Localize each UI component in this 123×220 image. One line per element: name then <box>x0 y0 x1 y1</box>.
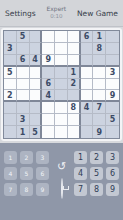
cell-r3c4[interactable]: 9 <box>42 55 55 67</box>
cell-r8c2[interactable]: 3 <box>17 114 30 126</box>
timer-label: 0:10 <box>47 13 67 19</box>
number-key-2[interactable]: 2 <box>90 151 103 164</box>
cell-r2c1[interactable]: 3 <box>4 43 17 55</box>
cell-r4c4[interactable] <box>42 67 55 79</box>
sudoku-app: Settings Expert 0:10 New Game 5613864951… <box>0 0 123 220</box>
cell-r9c6[interactable] <box>68 126 81 138</box>
cell-r5c3[interactable] <box>30 79 43 91</box>
cell-r7c3[interactable] <box>30 102 43 114</box>
bottom-panel: 123456789 ↺ 123456789 <box>0 151 123 201</box>
cell-r6c3[interactable] <box>30 90 43 102</box>
number-key-5[interactable]: 5 <box>90 167 103 180</box>
cell-r6c7[interactable] <box>81 90 94 102</box>
cell-r6c1[interactable]: 2 <box>4 90 17 102</box>
number-key-1[interactable]: 1 <box>74 151 87 164</box>
cell-r5c9[interactable] <box>106 79 119 91</box>
new-game-button[interactable]: New Game <box>77 9 118 18</box>
cell-r9c3[interactable]: 5 <box>30 126 43 138</box>
notes-key-7[interactable]: 7 <box>4 183 17 196</box>
cell-r1c1[interactable] <box>4 31 17 43</box>
cell-r4c8[interactable] <box>93 67 106 79</box>
number-key-7[interactable]: 7 <box>74 183 87 196</box>
cell-r4c2[interactable] <box>17 67 30 79</box>
cell-r6c5[interactable] <box>55 90 68 102</box>
cell-r8c9[interactable]: 5 <box>106 114 119 126</box>
cell-r8c3[interactable] <box>30 114 43 126</box>
cell-r5c2[interactable] <box>17 79 30 91</box>
cell-r3c9[interactable] <box>106 55 119 67</box>
cell-r9c5[interactable] <box>55 126 68 138</box>
cell-r1c8[interactable]: 1 <box>93 31 106 43</box>
notes-key-3[interactable]: 3 <box>36 151 49 164</box>
cell-r1c9[interactable] <box>106 31 119 43</box>
hint-button[interactable] <box>61 179 63 198</box>
cell-r3c3[interactable]: 4 <box>30 55 43 67</box>
cell-r3c5[interactable] <box>55 55 68 67</box>
cell-r5c8[interactable] <box>93 79 106 91</box>
cell-r6c4[interactable]: 4 <box>42 90 55 102</box>
number-key-9[interactable]: 9 <box>106 183 119 196</box>
cell-r7c8[interactable]: 7 <box>93 102 106 114</box>
tool-column: ↺ <box>57 151 66 200</box>
cell-r1c6[interactable] <box>68 31 81 43</box>
number-key-8[interactable]: 8 <box>90 183 103 196</box>
cell-r7c9[interactable] <box>106 102 119 114</box>
cell-r3c1[interactable] <box>4 55 17 67</box>
cell-r4c7[interactable] <box>81 67 94 79</box>
cell-r2c2[interactable] <box>17 43 30 55</box>
cell-r4c5[interactable] <box>55 67 68 79</box>
notes-number-pad: 123456789 <box>4 151 49 201</box>
cell-r7c2[interactable] <box>17 102 30 114</box>
cell-r5c5[interactable] <box>55 79 68 91</box>
number-key-3[interactable]: 3 <box>106 151 119 164</box>
notes-key-5[interactable]: 5 <box>20 167 33 180</box>
cell-r9c1[interactable] <box>4 126 17 138</box>
cell-r8c1[interactable] <box>4 114 17 126</box>
cell-r2c9[interactable] <box>106 43 119 55</box>
cell-r7c5[interactable] <box>55 102 68 114</box>
cell-r1c4[interactable] <box>42 31 55 43</box>
undo-button[interactable]: ↺ <box>57 161 66 172</box>
cell-r1c5[interactable] <box>55 31 68 43</box>
notes-key-4[interactable]: 4 <box>4 167 17 180</box>
notes-key-8[interactable]: 8 <box>20 183 33 196</box>
cell-r9c8[interactable]: 9 <box>93 126 106 138</box>
cell-r2c5[interactable] <box>55 43 68 55</box>
cell-r6c2[interactable] <box>17 90 30 102</box>
cell-r3c7[interactable] <box>81 55 94 67</box>
cell-r7c7[interactable]: 4 <box>81 102 94 114</box>
cell-r7c6[interactable]: 8 <box>68 102 81 114</box>
cell-r6c6[interactable] <box>68 90 81 102</box>
cell-r5c6[interactable]: 2 <box>68 79 81 91</box>
settings-button[interactable]: Settings <box>5 9 36 18</box>
notes-key-6[interactable]: 6 <box>36 167 49 180</box>
cell-r1c3[interactable] <box>30 31 43 43</box>
cell-r2c3[interactable] <box>30 43 43 55</box>
cell-r7c1[interactable] <box>4 102 17 114</box>
cell-r3c2[interactable]: 6 <box>17 55 30 67</box>
number-key-4[interactable]: 4 <box>74 167 87 180</box>
cell-r8c8[interactable] <box>93 114 106 126</box>
notes-key-9[interactable]: 9 <box>36 183 49 196</box>
lightbulb-icon <box>61 178 63 199</box>
cell-r2c6[interactable] <box>68 43 81 55</box>
main-number-pad: 123456789 <box>74 151 119 201</box>
game-status: Expert 0:10 <box>47 6 67 19</box>
cell-r2c8[interactable]: 8 <box>93 43 106 55</box>
cell-r1c2[interactable]: 5 <box>17 31 30 43</box>
cell-r9c7[interactable] <box>81 126 94 138</box>
cell-r5c1[interactable] <box>4 79 17 91</box>
cell-r7c4[interactable] <box>42 102 55 114</box>
difficulty-label: Expert <box>47 6 67 13</box>
number-key-6[interactable]: 6 <box>106 167 119 180</box>
undo-icon: ↺ <box>57 160 66 173</box>
cell-r4c6[interactable]: 1 <box>68 67 81 79</box>
cell-r4c3[interactable] <box>30 67 43 79</box>
board-frame: 561386495136224984735159 <box>1 28 122 141</box>
cell-r9c2[interactable]: 1 <box>17 126 30 138</box>
cell-r6c8[interactable] <box>93 90 106 102</box>
cell-r8c6[interactable] <box>68 114 81 126</box>
cell-r4c1[interactable]: 5 <box>4 67 17 79</box>
top-bar: Settings Expert 0:10 New Game <box>0 0 123 27</box>
cell-r5c7[interactable] <box>81 79 94 91</box>
cell-r1c7[interactable]: 6 <box>81 31 94 43</box>
cell-r9c4[interactable] <box>42 126 55 138</box>
cell-r4c9[interactable]: 3 <box>106 67 119 79</box>
cell-r8c5[interactable] <box>55 114 68 126</box>
notes-key-1[interactable]: 1 <box>4 151 17 164</box>
cell-r6c9[interactable]: 9 <box>106 90 119 102</box>
cell-r3c8[interactable] <box>93 55 106 67</box>
cell-r5c4[interactable]: 6 <box>42 79 55 91</box>
notes-key-2[interactable]: 2 <box>20 151 33 164</box>
board: 561386495136224984735159 <box>3 30 120 139</box>
cell-r8c4[interactable] <box>42 114 55 126</box>
cell-r2c4[interactable] <box>42 43 55 55</box>
cell-r2c7[interactable] <box>81 43 94 55</box>
cell-r9c9[interactable] <box>106 126 119 138</box>
cell-r8c7[interactable] <box>81 114 94 126</box>
cell-r3c6[interactable] <box>68 55 81 67</box>
